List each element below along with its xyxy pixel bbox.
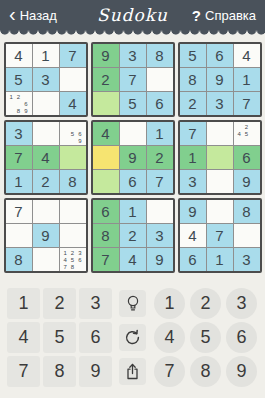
square-pad-digit-8[interactable]: 8 xyxy=(43,356,76,387)
cell-r6c9[interactable]: 9 xyxy=(234,170,260,193)
share-icon xyxy=(125,363,140,380)
cell-r2c8[interactable]: 9 xyxy=(207,68,233,91)
box-5: 419267 xyxy=(91,120,175,195)
square-pad-digit-4[interactable]: 4 xyxy=(7,322,40,353)
scalloped-edge xyxy=(0,30,265,38)
help-question-icon: ? xyxy=(192,7,201,24)
box-6: 72451639 xyxy=(178,120,262,195)
cell-r1c3[interactable]: 7 xyxy=(60,44,86,67)
square-pad-digit-7[interactable]: 7 xyxy=(7,356,40,387)
cell-r3c2[interactable] xyxy=(33,92,59,115)
cell-r6c4[interactable] xyxy=(93,170,119,193)
cell-r9c4[interactable]: 7 xyxy=(93,248,119,271)
cell-r4c1[interactable]: 3 xyxy=(6,122,32,145)
round-pad-digit-6[interactable]: 6 xyxy=(226,322,257,353)
back-button[interactable]: ‹ Назад xyxy=(9,7,57,24)
cell-r4c9[interactable]: 245 xyxy=(234,122,260,145)
cell-r7c2[interactable] xyxy=(33,200,59,223)
square-pad-digit-9[interactable]: 9 xyxy=(79,356,112,387)
round-digit-pad: 123456789 xyxy=(153,288,258,387)
cell-r2c3[interactable] xyxy=(60,68,86,91)
pencil-marks: 569 xyxy=(60,122,86,145)
cell-r5c3[interactable] xyxy=(60,146,86,169)
restart-icon xyxy=(124,329,141,346)
cell-r8c4[interactable]: 8 xyxy=(93,224,119,247)
cell-r3c9[interactable]: 7 xyxy=(234,92,260,115)
cell-r3c6[interactable]: 6 xyxy=(147,92,173,115)
cell-r4c2[interactable] xyxy=(33,122,59,145)
round-pad-digit-7[interactable]: 7 xyxy=(154,356,185,387)
cell-r9c9[interactable]: 3 xyxy=(234,248,260,271)
pencil-marks: 12689 xyxy=(6,92,32,115)
cell-r8c2[interactable]: 9 xyxy=(33,224,59,247)
cell-r7c9[interactable]: 8 xyxy=(234,200,260,223)
cell-r6c7[interactable]: 3 xyxy=(180,170,206,193)
box-8: 61823749 xyxy=(91,198,175,273)
cell-r1c4[interactable]: 9 xyxy=(93,44,119,67)
round-pad-digit-8[interactable]: 8 xyxy=(190,356,221,387)
cell-r3c1[interactable]: 12689 xyxy=(6,92,32,115)
cell-r7c1[interactable]: 7 xyxy=(6,200,32,223)
box-7: 79812345678 xyxy=(4,198,88,273)
help-button[interactable]: ? Справка xyxy=(192,7,256,24)
sudoku-board: 4175312689493827565648912373569741284192… xyxy=(0,42,265,273)
cell-r8c9[interactable] xyxy=(234,224,260,247)
hint-button[interactable] xyxy=(119,290,146,317)
square-pad-digit-5[interactable]: 5 xyxy=(43,322,76,353)
cell-r5c7[interactable]: 1 xyxy=(180,146,206,169)
cell-r8c8[interactable]: 7 xyxy=(207,224,233,247)
cell-r2c4[interactable]: 2 xyxy=(93,68,119,91)
cell-r5c8[interactable] xyxy=(207,146,233,169)
cell-r6c3[interactable]: 8 xyxy=(60,170,86,193)
cell-r5c5[interactable]: 9 xyxy=(120,146,146,169)
cell-r7c5[interactable]: 1 xyxy=(120,200,146,223)
box-9: 9847613 xyxy=(178,198,262,273)
cell-r2c1[interactable]: 5 xyxy=(6,68,32,91)
cell-r5c4[interactable] xyxy=(93,146,119,169)
cell-r1c1[interactable]: 4 xyxy=(6,44,32,67)
page-title: Sudoku xyxy=(97,5,168,25)
cell-r9c1[interactable]: 8 xyxy=(6,248,32,271)
round-pad-digit-9[interactable]: 9 xyxy=(226,356,257,387)
cell-r9c8[interactable]: 1 xyxy=(207,248,233,271)
cell-r9c2[interactable] xyxy=(33,248,59,271)
cell-r5c6[interactable]: 2 xyxy=(147,146,173,169)
keypad: 123456789 xyxy=(0,288,265,387)
cell-r7c3[interactable] xyxy=(60,200,86,223)
sudoku-app: ‹ Назад Sudoku ? Справка 417531268949382… xyxy=(0,0,265,398)
cell-r4c5[interactable] xyxy=(120,122,146,145)
square-pad-digit-6[interactable]: 6 xyxy=(79,322,112,353)
cell-r4c6[interactable]: 1 xyxy=(147,122,173,145)
box-1: 41753126894 xyxy=(4,42,88,117)
hint-bulb-icon xyxy=(126,295,140,313)
cell-r6c5[interactable]: 6 xyxy=(120,170,146,193)
cell-r2c7[interactable]: 8 xyxy=(180,68,206,91)
cell-r1c9[interactable]: 4 xyxy=(234,44,260,67)
cell-r6c8[interactable] xyxy=(207,170,233,193)
cell-r2c9[interactable]: 1 xyxy=(234,68,260,91)
cell-r8c7[interactable]: 4 xyxy=(180,224,206,247)
cell-r3c5[interactable]: 5 xyxy=(120,92,146,115)
cell-r8c5[interactable]: 2 xyxy=(120,224,146,247)
cell-r8c3[interactable] xyxy=(60,224,86,247)
cell-r8c6[interactable]: 3 xyxy=(147,224,173,247)
cell-r5c2[interactable]: 4 xyxy=(33,146,59,169)
icon-button-column xyxy=(119,288,146,387)
cell-r9c7[interactable]: 6 xyxy=(180,248,206,271)
round-pad-digit-1[interactable]: 1 xyxy=(154,288,185,319)
cell-r3c7[interactable]: 2 xyxy=(180,92,206,115)
cell-r3c3[interactable]: 4 xyxy=(60,92,86,115)
cell-r1c5[interactable]: 3 xyxy=(120,44,146,67)
help-label: Справка xyxy=(205,8,256,23)
cell-r1c6[interactable]: 8 xyxy=(147,44,173,67)
round-pad-digit-2[interactable]: 2 xyxy=(190,288,221,319)
round-pad-digit-3[interactable]: 3 xyxy=(226,288,257,319)
square-pad-digit-2[interactable]: 2 xyxy=(43,288,76,319)
restart-button[interactable] xyxy=(119,324,146,351)
cell-r6c1[interactable]: 1 xyxy=(6,170,32,193)
cell-r1c2[interactable]: 1 xyxy=(33,44,59,67)
square-pad-digit-1[interactable]: 1 xyxy=(7,288,40,319)
back-chevron-icon: ‹ xyxy=(9,4,16,24)
cell-r4c8[interactable] xyxy=(207,122,233,145)
cell-r2c6[interactable] xyxy=(147,68,173,91)
square-pad-digit-3[interactable]: 3 xyxy=(79,288,112,319)
cell-r7c6[interactable] xyxy=(147,200,173,223)
cell-r6c6[interactable]: 7 xyxy=(147,170,173,193)
cell-r5c9[interactable]: 6 xyxy=(234,146,260,169)
pencil-marks: 245 xyxy=(234,122,260,145)
cell-r2c2[interactable]: 3 xyxy=(33,68,59,91)
share-button[interactable] xyxy=(119,358,146,385)
navigation-bar: ‹ Назад Sudoku ? Справка xyxy=(0,0,265,30)
cell-r2c5[interactable]: 7 xyxy=(120,68,146,91)
cell-r7c7[interactable]: 9 xyxy=(180,200,206,223)
round-pad-digit-5[interactable]: 5 xyxy=(190,322,221,353)
cell-r5c1[interactable]: 7 xyxy=(6,146,32,169)
cell-r4c4[interactable]: 4 xyxy=(93,122,119,145)
cell-r3c4[interactable] xyxy=(93,92,119,115)
cell-r7c8[interactable] xyxy=(207,200,233,223)
square-digit-pad: 123456789 xyxy=(7,288,112,387)
cell-r1c7[interactable]: 5 xyxy=(180,44,206,67)
cell-r9c3[interactable]: 12345678 xyxy=(60,248,86,271)
box-4: 356974128 xyxy=(4,120,88,195)
cell-r9c5[interactable]: 4 xyxy=(120,248,146,271)
cell-r4c3[interactable]: 569 xyxy=(60,122,86,145)
back-label: Назад xyxy=(20,8,57,23)
cell-r3c8[interactable]: 3 xyxy=(207,92,233,115)
pencil-marks: 12345678 xyxy=(60,248,86,271)
box-2: 9382756 xyxy=(91,42,175,117)
cell-r9c6[interactable]: 9 xyxy=(147,248,173,271)
cell-r6c2[interactable]: 2 xyxy=(33,170,59,193)
box-3: 564891237 xyxy=(178,42,262,117)
cell-r7c4[interactable]: 6 xyxy=(93,200,119,223)
cell-r8c1[interactable] xyxy=(6,224,32,247)
cell-r4c7[interactable]: 7 xyxy=(180,122,206,145)
round-pad-digit-4[interactable]: 4 xyxy=(154,322,185,353)
cell-r1c8[interactable]: 6 xyxy=(207,44,233,67)
